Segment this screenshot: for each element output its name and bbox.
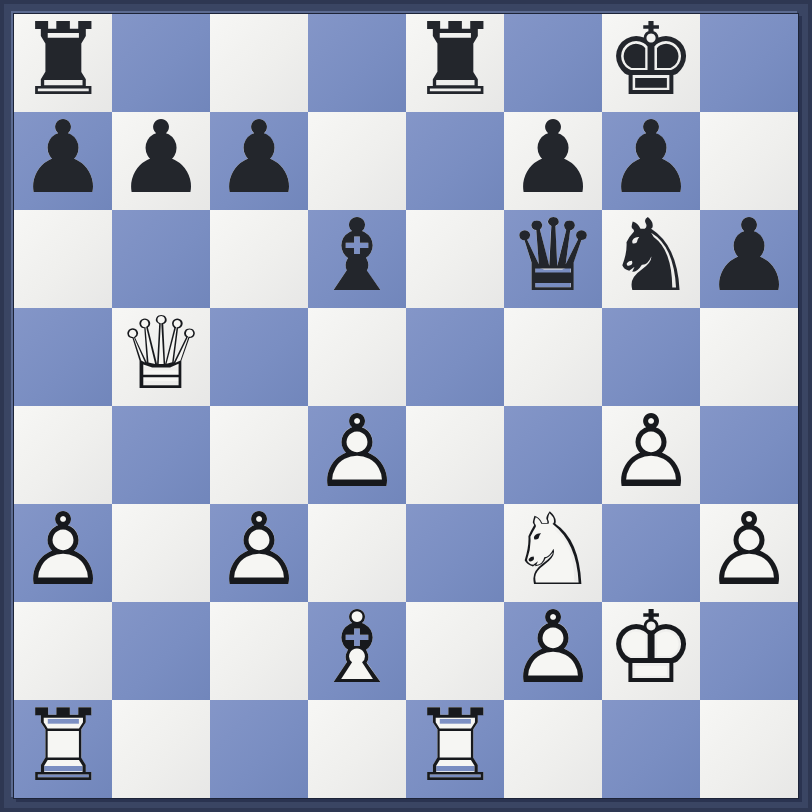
square-f1[interactable] (504, 700, 602, 798)
square-a8[interactable]: ♖♜ (14, 14, 112, 112)
black-pawn-h6[interactable]: ♙♟ (700, 210, 798, 308)
white-pawn-a3[interactable]: ♟♙ (14, 504, 112, 602)
black-queen-fill: ♛ (504, 210, 602, 308)
square-e5[interactable] (406, 308, 504, 406)
white-rook-e1[interactable]: ♜♖ (406, 700, 504, 798)
square-f6[interactable]: ♕♛ (504, 210, 602, 308)
square-a4[interactable] (14, 406, 112, 504)
chess-board: ♖♜♖♜♔♚♙♟♙♟♙♟♙♟♙♟♗♝♕♛♘♞♙♟♛♕♟♙♟♙♟♙♟♙♞♘♟♙♝♗… (13, 13, 799, 799)
square-a1[interactable]: ♜♖ (14, 700, 112, 798)
black-pawn-fill: ♟ (14, 112, 112, 210)
square-d7[interactable] (308, 112, 406, 210)
square-f5[interactable] (504, 308, 602, 406)
black-rook-e8[interactable]: ♖♜ (406, 14, 504, 112)
square-c8[interactable] (210, 14, 308, 112)
square-e1[interactable]: ♜♖ (406, 700, 504, 798)
square-f2[interactable]: ♟♙ (504, 602, 602, 700)
square-f7[interactable]: ♙♟ (504, 112, 602, 210)
black-pawn-b7[interactable]: ♙♟ (112, 112, 210, 210)
square-d5[interactable] (308, 308, 406, 406)
black-pawn-f7[interactable]: ♙♟ (504, 112, 602, 210)
black-pawn-c7[interactable]: ♙♟ (210, 112, 308, 210)
black-queen-f6[interactable]: ♕♛ (504, 210, 602, 308)
black-pawn-fill: ♟ (504, 112, 602, 210)
square-d6[interactable]: ♗♝ (308, 210, 406, 308)
square-f3[interactable]: ♞♘ (504, 504, 602, 602)
square-a5[interactable] (14, 308, 112, 406)
square-d8[interactable] (308, 14, 406, 112)
white-pawn-outline: ♙ (308, 406, 406, 504)
black-bishop-d6[interactable]: ♗♝ (308, 210, 406, 308)
square-e2[interactable] (406, 602, 504, 700)
square-e3[interactable] (406, 504, 504, 602)
square-a3[interactable]: ♟♙ (14, 504, 112, 602)
black-knight-g6[interactable]: ♘♞ (602, 210, 700, 308)
square-g5[interactable] (602, 308, 700, 406)
black-pawn-a7[interactable]: ♙♟ (14, 112, 112, 210)
white-bishop-outline: ♗ (308, 602, 406, 700)
white-rook-outline: ♖ (406, 700, 504, 798)
square-h5[interactable] (700, 308, 798, 406)
square-b1[interactable] (112, 700, 210, 798)
black-rook-fill: ♜ (406, 14, 504, 112)
square-c7[interactable]: ♙♟ (210, 112, 308, 210)
black-king-fill: ♚ (602, 14, 700, 112)
square-h3[interactable]: ♟♙ (700, 504, 798, 602)
white-rook-outline: ♖ (14, 700, 112, 798)
square-c3[interactable]: ♟♙ (210, 504, 308, 602)
square-b7[interactable]: ♙♟ (112, 112, 210, 210)
square-e8[interactable]: ♖♜ (406, 14, 504, 112)
white-knight-f3[interactable]: ♞♘ (504, 504, 602, 602)
black-pawn-fill: ♟ (112, 112, 210, 210)
white-pawn-outline: ♙ (504, 602, 602, 700)
white-queen-outline: ♕ (112, 308, 210, 406)
square-d2[interactable]: ♝♗ (308, 602, 406, 700)
black-pawn-fill: ♟ (210, 112, 308, 210)
square-h4[interactable] (700, 406, 798, 504)
square-b2[interactable] (112, 602, 210, 700)
black-king-g8[interactable]: ♔♚ (602, 14, 700, 112)
white-pawn-d4[interactable]: ♟♙ (308, 406, 406, 504)
white-pawn-h3[interactable]: ♟♙ (700, 504, 798, 602)
square-b4[interactable] (112, 406, 210, 504)
square-h7[interactable] (700, 112, 798, 210)
black-bishop-fill: ♝ (308, 210, 406, 308)
white-queen-b5[interactable]: ♛♕ (112, 308, 210, 406)
white-knight-outline: ♘ (504, 504, 602, 602)
square-b3[interactable] (112, 504, 210, 602)
square-a2[interactable] (14, 602, 112, 700)
black-rook-fill: ♜ (14, 14, 112, 112)
black-rook-a8[interactable]: ♖♜ (14, 14, 112, 112)
square-g3[interactable] (602, 504, 700, 602)
black-pawn-fill: ♟ (602, 112, 700, 210)
black-pawn-g7[interactable]: ♙♟ (602, 112, 700, 210)
square-c2[interactable] (210, 602, 308, 700)
square-h8[interactable] (700, 14, 798, 112)
chess-app-window: ♖♜♖♜♔♚♙♟♙♟♙♟♙♟♙♟♗♝♕♛♘♞♙♟♛♕♟♙♟♙♟♙♟♙♞♘♟♙♝♗… (0, 0, 812, 812)
white-pawn-g4[interactable]: ♟♙ (602, 406, 700, 504)
square-f4[interactable] (504, 406, 602, 504)
square-h2[interactable] (700, 602, 798, 700)
square-f8[interactable] (504, 14, 602, 112)
square-g8[interactable]: ♔♚ (602, 14, 700, 112)
white-bishop-d2[interactable]: ♝♗ (308, 602, 406, 700)
square-d3[interactable] (308, 504, 406, 602)
square-c5[interactable] (210, 308, 308, 406)
square-g7[interactable]: ♙♟ (602, 112, 700, 210)
square-a7[interactable]: ♙♟ (14, 112, 112, 210)
white-pawn-f2[interactable]: ♟♙ (504, 602, 602, 700)
square-b8[interactable] (112, 14, 210, 112)
white-pawn-outline: ♙ (210, 504, 308, 602)
white-pawn-c3[interactable]: ♟♙ (210, 504, 308, 602)
square-g2[interactable]: ♚♔ (602, 602, 700, 700)
square-d4[interactable]: ♟♙ (308, 406, 406, 504)
white-pawn-outline: ♙ (700, 504, 798, 602)
square-h1[interactable] (700, 700, 798, 798)
square-h6[interactable]: ♙♟ (700, 210, 798, 308)
square-a6[interactable] (14, 210, 112, 308)
square-c4[interactable] (210, 406, 308, 504)
square-g4[interactable]: ♟♙ (602, 406, 700, 504)
square-e6[interactable] (406, 210, 504, 308)
square-e7[interactable] (406, 112, 504, 210)
square-e4[interactable] (406, 406, 504, 504)
square-c6[interactable] (210, 210, 308, 308)
white-pawn-outline: ♙ (602, 406, 700, 504)
black-pawn-fill: ♟ (700, 210, 798, 308)
black-knight-fill: ♞ (602, 210, 700, 308)
square-b6[interactable] (112, 210, 210, 308)
square-c1[interactable] (210, 700, 308, 798)
white-pawn-outline: ♙ (14, 504, 112, 602)
white-rook-a1[interactable]: ♜♖ (14, 700, 112, 798)
square-d1[interactable] (308, 700, 406, 798)
square-g6[interactable]: ♘♞ (602, 210, 700, 308)
square-g1[interactable] (602, 700, 700, 798)
white-king-outline: ♔ (602, 602, 700, 700)
white-king-g2[interactable]: ♚♔ (602, 602, 700, 700)
square-b5[interactable]: ♛♕ (112, 308, 210, 406)
